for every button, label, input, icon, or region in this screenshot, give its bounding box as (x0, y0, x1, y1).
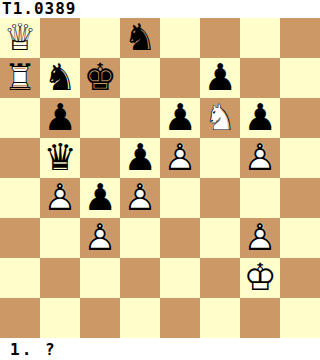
square-h3[interactable] (280, 218, 320, 258)
black-knight-icon[interactable]: ♞ (120, 18, 160, 58)
square-e5[interactable]: ♟♙ (160, 138, 200, 178)
square-f5[interactable] (200, 138, 240, 178)
square-g1[interactable] (240, 298, 280, 338)
square-h1[interactable] (280, 298, 320, 338)
square-a7[interactable]: ♜♖ (0, 58, 40, 98)
square-h4[interactable] (280, 178, 320, 218)
square-b8[interactable] (40, 18, 80, 58)
square-g8[interactable] (240, 18, 280, 58)
white-pawn-icon[interactable]: ♟♙ (80, 218, 120, 258)
square-c2[interactable] (80, 258, 120, 298)
square-b4[interactable]: ♟♙ (40, 178, 80, 218)
black-king-icon[interactable]: ♚ (80, 58, 120, 98)
piece-glyph-layer: ♛ (43, 138, 76, 178)
piece-glyph-layer: ♚ (83, 58, 116, 98)
piece-outline-layer: ♙ (123, 178, 156, 218)
square-d6[interactable] (120, 98, 160, 138)
black-pawn-icon[interactable]: ♟ (40, 98, 80, 138)
square-a2[interactable] (0, 258, 40, 298)
white-rook-icon[interactable]: ♜♖ (0, 58, 40, 98)
square-g6[interactable]: ♟ (240, 98, 280, 138)
square-f6[interactable]: ♞♘ (200, 98, 240, 138)
square-h5[interactable] (280, 138, 320, 178)
square-e6[interactable]: ♟ (160, 98, 200, 138)
square-h6[interactable] (280, 98, 320, 138)
square-g2[interactable]: ♚♔ (240, 258, 280, 298)
square-f3[interactable] (200, 218, 240, 258)
square-g3[interactable]: ♟♙ (240, 218, 280, 258)
piece-outline-layer: ♙ (243, 218, 276, 258)
piece-outline-layer: ♙ (43, 178, 76, 218)
square-e4[interactable] (160, 178, 200, 218)
move-prompt: 1. ? (10, 339, 57, 360)
black-queen-icon[interactable]: ♛ (40, 138, 80, 178)
black-pawn-icon[interactable]: ♟ (240, 98, 280, 138)
white-pawn-icon[interactable]: ♟♙ (120, 178, 160, 218)
square-a3[interactable] (0, 218, 40, 258)
white-king-icon[interactable]: ♚♔ (240, 258, 280, 298)
square-c5[interactable] (80, 138, 120, 178)
square-b3[interactable] (40, 218, 80, 258)
square-e8[interactable] (160, 18, 200, 58)
white-queen-icon[interactable]: ♛♕ (0, 18, 40, 58)
white-pawn-icon[interactable]: ♟♙ (40, 178, 80, 218)
square-c1[interactable] (80, 298, 120, 338)
piece-outline-layer: ♙ (83, 218, 116, 258)
square-d2[interactable] (120, 258, 160, 298)
square-a6[interactable] (0, 98, 40, 138)
square-b6[interactable]: ♟ (40, 98, 80, 138)
square-f1[interactable] (200, 298, 240, 338)
square-d4[interactable]: ♟♙ (120, 178, 160, 218)
black-pawn-icon[interactable]: ♟ (120, 138, 160, 178)
square-a8[interactable]: ♛♕ (0, 18, 40, 58)
white-pawn-icon[interactable]: ♟♙ (240, 138, 280, 178)
square-d8[interactable]: ♞ (120, 18, 160, 58)
square-a1[interactable] (0, 298, 40, 338)
black-pawn-icon[interactable]: ♟ (200, 58, 240, 98)
piece-glyph-layer: ♟ (163, 98, 196, 138)
square-c8[interactable] (80, 18, 120, 58)
piece-outline-layer: ♙ (243, 138, 276, 178)
piece-glyph-layer: ♞ (43, 58, 76, 98)
white-knight-icon[interactable]: ♞♘ (200, 98, 240, 138)
piece-glyph-layer: ♟ (43, 98, 76, 138)
piece-outline-layer: ♔ (243, 258, 276, 298)
white-pawn-icon[interactable]: ♟♙ (160, 138, 200, 178)
square-c7[interactable]: ♚ (80, 58, 120, 98)
square-c6[interactable] (80, 98, 120, 138)
piece-outline-layer: ♙ (163, 138, 196, 178)
square-b7[interactable]: ♞ (40, 58, 80, 98)
piece-outline-layer: ♖ (3, 58, 36, 98)
square-e3[interactable] (160, 218, 200, 258)
square-f4[interactable] (200, 178, 240, 218)
piece-glyph-layer: ♟ (123, 138, 156, 178)
square-h7[interactable] (280, 58, 320, 98)
square-f2[interactable] (200, 258, 240, 298)
square-e7[interactable] (160, 58, 200, 98)
square-b5[interactable]: ♛ (40, 138, 80, 178)
white-pawn-icon[interactable]: ♟♙ (240, 218, 280, 258)
square-c3[interactable]: ♟♙ (80, 218, 120, 258)
square-c4[interactable]: ♟ (80, 178, 120, 218)
square-g5[interactable]: ♟♙ (240, 138, 280, 178)
square-f7[interactable]: ♟ (200, 58, 240, 98)
piece-outline-layer: ♕ (3, 18, 36, 58)
square-a4[interactable] (0, 178, 40, 218)
black-knight-icon[interactable]: ♞ (40, 58, 80, 98)
square-b2[interactable] (40, 258, 80, 298)
piece-glyph-layer: ♟ (243, 98, 276, 138)
square-d3[interactable] (120, 218, 160, 258)
chess-board: ♛♕♞♜♖♞♚♟♟♟♞♘♟♛♟♟♙♟♙♟♙♟♟♙♟♙♟♙♚♔ (0, 18, 320, 338)
square-g7[interactable] (240, 58, 280, 98)
square-e1[interactable] (160, 298, 200, 338)
square-e2[interactable] (160, 258, 200, 298)
square-a5[interactable] (0, 138, 40, 178)
piece-glyph-layer: ♟ (203, 58, 236, 98)
square-f8[interactable] (200, 18, 240, 58)
square-h8[interactable] (280, 18, 320, 58)
piece-outline-layer: ♘ (203, 98, 236, 138)
square-b1[interactable] (40, 298, 80, 338)
square-d5[interactable]: ♟ (120, 138, 160, 178)
square-d7[interactable] (120, 58, 160, 98)
black-pawn-icon[interactable]: ♟ (80, 178, 120, 218)
black-pawn-icon[interactable]: ♟ (160, 98, 200, 138)
square-h2[interactable] (280, 258, 320, 298)
square-g4[interactable] (240, 178, 280, 218)
square-d1[interactable] (120, 298, 160, 338)
piece-glyph-layer: ♟ (83, 178, 116, 218)
piece-glyph-layer: ♞ (123, 18, 156, 58)
